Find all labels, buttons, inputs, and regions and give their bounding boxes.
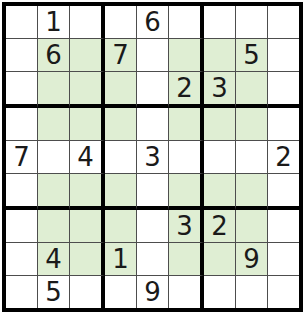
- cell-r7c4[interactable]: [105, 210, 137, 243]
- cell-r4c5[interactable]: [137, 108, 169, 141]
- cell-r1c6[interactable]: [169, 6, 204, 39]
- cell-r3c2[interactable]: [38, 72, 70, 108]
- sudoku-page: 166752374323241959: [0, 2, 304, 320]
- cell-r5c9[interactable]: 2: [268, 141, 299, 174]
- cell-r1c7[interactable]: [204, 6, 236, 39]
- cell-r1c4[interactable]: [105, 6, 137, 39]
- cell-r5c8[interactable]: [236, 141, 268, 174]
- cell-r7c2[interactable]: [38, 210, 70, 243]
- cell-r8c3[interactable]: [70, 243, 105, 276]
- cell-r3c1[interactable]: [6, 72, 38, 108]
- cell-r5c7[interactable]: [204, 141, 236, 174]
- cell-r6c9[interactable]: [268, 174, 299, 210]
- cell-r7c9[interactable]: [268, 210, 299, 243]
- cell-r9c4[interactable]: [105, 276, 137, 308]
- cell-r7c3[interactable]: [70, 210, 105, 243]
- cell-r7c6[interactable]: 3: [169, 210, 204, 243]
- cell-r6c8[interactable]: [236, 174, 268, 210]
- cell-r4c9[interactable]: [268, 108, 299, 141]
- cell-r2c2[interactable]: 6: [38, 39, 70, 72]
- sudoku-board: 166752374323241959: [2, 2, 303, 312]
- cell-r6c2[interactable]: [38, 174, 70, 210]
- cell-r3c8[interactable]: [236, 72, 268, 108]
- cell-r4c2[interactable]: [38, 108, 70, 141]
- cell-r2c4[interactable]: 7: [105, 39, 137, 72]
- cell-r8c5[interactable]: [137, 243, 169, 276]
- cell-r4c6[interactable]: [169, 108, 204, 141]
- cell-r8c1[interactable]: [6, 243, 38, 276]
- cell-r6c3[interactable]: [70, 174, 105, 210]
- cell-r8c8[interactable]: 9: [236, 243, 268, 276]
- cell-r9c5[interactable]: 9: [137, 276, 169, 308]
- cell-r9c7[interactable]: [204, 276, 236, 308]
- cell-r8c6[interactable]: [169, 243, 204, 276]
- cell-r9c1[interactable]: [6, 276, 38, 308]
- cell-r1c1[interactable]: [6, 6, 38, 39]
- cell-r6c1[interactable]: [6, 174, 38, 210]
- cell-r8c4[interactable]: 1: [105, 243, 137, 276]
- cell-r1c8[interactable]: [236, 6, 268, 39]
- cell-r8c9[interactable]: [268, 243, 299, 276]
- cell-r2c6[interactable]: [169, 39, 204, 72]
- cell-r8c2[interactable]: 4: [38, 243, 70, 276]
- cell-r2c8[interactable]: 5: [236, 39, 268, 72]
- cell-r9c8[interactable]: [236, 276, 268, 308]
- cell-r6c7[interactable]: [204, 174, 236, 210]
- cell-r4c1[interactable]: [6, 108, 38, 141]
- cell-r2c5[interactable]: [137, 39, 169, 72]
- cell-r5c1[interactable]: 7: [6, 141, 38, 174]
- cell-r7c5[interactable]: [137, 210, 169, 243]
- cell-r4c4[interactable]: [105, 108, 137, 141]
- cell-r7c1[interactable]: [6, 210, 38, 243]
- cell-r5c5[interactable]: 3: [137, 141, 169, 174]
- cell-r7c7[interactable]: 2: [204, 210, 236, 243]
- cell-r5c3[interactable]: 4: [70, 141, 105, 174]
- cell-r6c4[interactable]: [105, 174, 137, 210]
- cell-r4c3[interactable]: [70, 108, 105, 141]
- cell-r3c6[interactable]: 2: [169, 72, 204, 108]
- cell-r1c2[interactable]: 1: [38, 6, 70, 39]
- cell-r9c6[interactable]: [169, 276, 204, 308]
- cell-r3c4[interactable]: [105, 72, 137, 108]
- cell-r2c3[interactable]: [70, 39, 105, 72]
- cell-r5c2[interactable]: [38, 141, 70, 174]
- cell-r3c9[interactable]: [268, 72, 299, 108]
- cell-r1c5[interactable]: 6: [137, 6, 169, 39]
- cell-r9c2[interactable]: 5: [38, 276, 70, 308]
- cell-r6c5[interactable]: [137, 174, 169, 210]
- cell-r2c7[interactable]: [204, 39, 236, 72]
- cell-r1c9[interactable]: [268, 6, 299, 39]
- cell-r1c3[interactable]: [70, 6, 105, 39]
- cell-r4c7[interactable]: [204, 108, 236, 141]
- cell-r3c3[interactable]: [70, 72, 105, 108]
- cell-r3c7[interactable]: 3: [204, 72, 236, 108]
- cell-r4c8[interactable]: [236, 108, 268, 141]
- cell-r5c6[interactable]: [169, 141, 204, 174]
- cell-r3c5[interactable]: [137, 72, 169, 108]
- cell-r5c4[interactable]: [105, 141, 137, 174]
- cell-r2c9[interactable]: [268, 39, 299, 72]
- cell-r2c1[interactable]: [6, 39, 38, 72]
- cell-r6c6[interactable]: [169, 174, 204, 210]
- cell-r9c9[interactable]: [268, 276, 299, 308]
- cell-r8c7[interactable]: [204, 243, 236, 276]
- cell-r7c8[interactable]: [236, 210, 268, 243]
- cell-r9c3[interactable]: [70, 276, 105, 308]
